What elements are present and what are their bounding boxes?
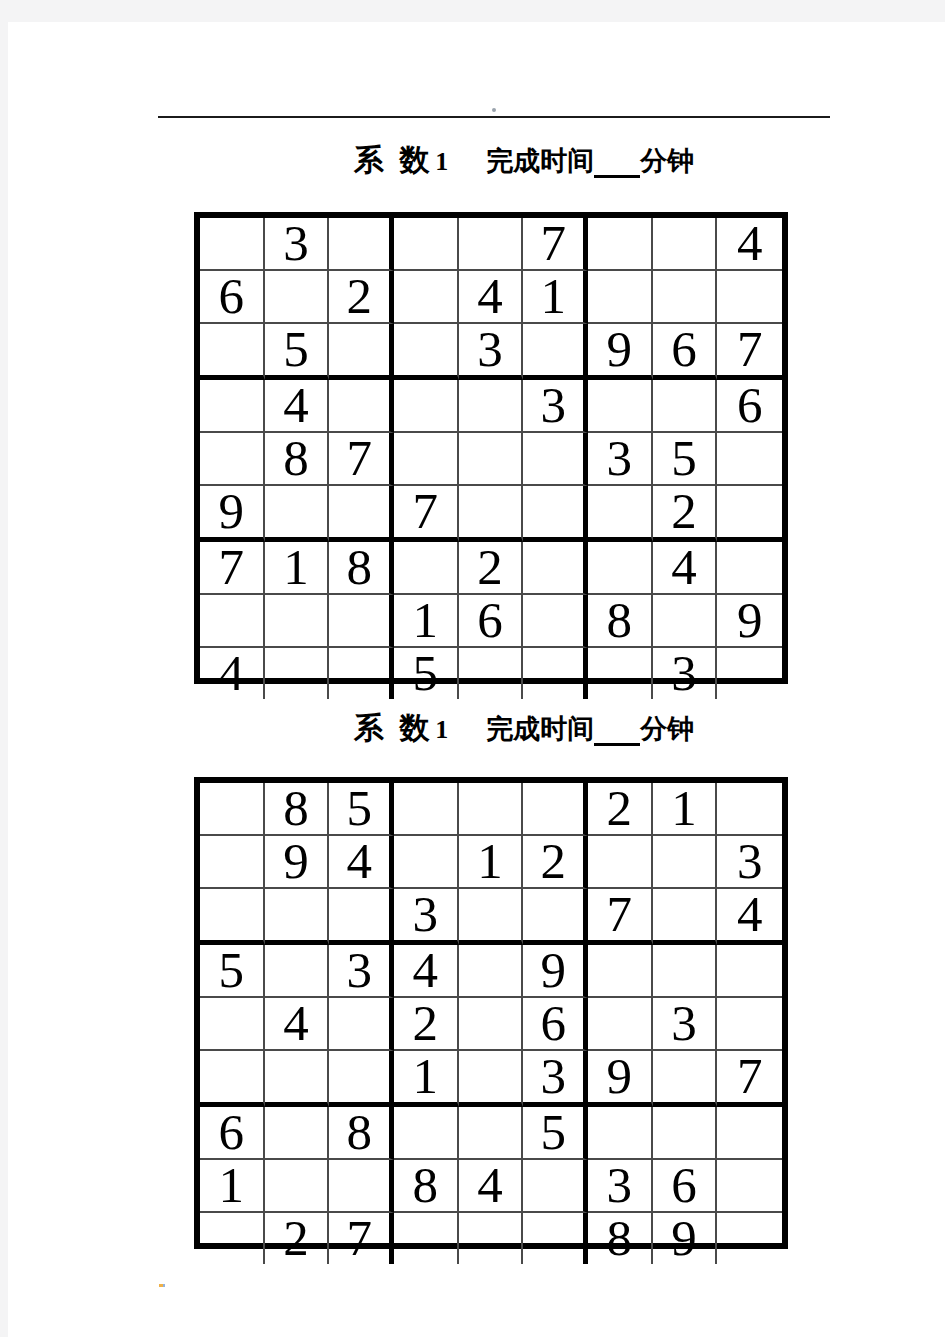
cell-r1c9: 4 (717, 218, 782, 271)
cell-r6c3 (329, 486, 394, 542)
time-label: 完成时间 (486, 711, 594, 747)
cell-r2c4 (394, 271, 459, 324)
cell-r4c2: 4 (265, 380, 330, 433)
cell-r8c7: 8 (588, 595, 653, 648)
cell-r3c9: 4 (717, 889, 782, 945)
cell-r6c4: 7 (394, 486, 459, 542)
cell-r9c8: 9 (653, 1213, 718, 1264)
cell-r5c8: 3 (653, 998, 718, 1051)
cell-r1c5 (459, 783, 524, 836)
cell-r5c9 (717, 433, 782, 486)
cell-r4c3 (329, 380, 394, 433)
cell-r9c6 (523, 1213, 588, 1264)
app-frame-top (0, 0, 945, 22)
cell-r6c6: 3 (523, 1051, 588, 1107)
cell-r1c5 (459, 218, 524, 271)
cell-r5c3: 7 (329, 433, 394, 486)
cell-r6c9: 7 (717, 1051, 782, 1107)
header-rule (158, 116, 830, 118)
time-blank-line (594, 740, 640, 746)
cell-r1c9 (717, 783, 782, 836)
cell-r1c7: 2 (588, 783, 653, 836)
app-frame-left (0, 0, 8, 1337)
cell-r2c2 (265, 271, 330, 324)
cell-r1c6: 7 (523, 218, 588, 271)
cell-r4c1: 5 (200, 945, 265, 998)
cell-r5c5 (459, 998, 524, 1051)
time-unit: 分钟 (640, 711, 694, 747)
cell-r9c8: 3 (653, 648, 718, 699)
time-label: 完成时间 (486, 143, 594, 179)
cell-r4c6: 3 (523, 380, 588, 433)
cell-r9c5 (459, 648, 524, 699)
time-unit: 分钟 (640, 143, 694, 179)
cell-r1c1 (200, 783, 265, 836)
cell-r1c2: 8 (265, 783, 330, 836)
cell-r7c1: 7 (200, 542, 265, 595)
cell-r7c1: 6 (200, 1107, 265, 1160)
series-label: 系 数 (354, 708, 434, 749)
cell-r8c4: 8 (394, 1160, 459, 1213)
cell-r4c9: 6 (717, 380, 782, 433)
cell-r6c8 (653, 1051, 718, 1107)
cell-r3c3 (329, 324, 394, 380)
cell-r6c1 (200, 1051, 265, 1107)
cell-r5c6: 6 (523, 998, 588, 1051)
cell-r4c5 (459, 945, 524, 998)
cell-r6c5 (459, 486, 524, 542)
cell-r4c9 (717, 945, 782, 998)
cell-r9c9 (717, 1213, 782, 1264)
cell-r9c7: 8 (588, 1213, 653, 1264)
cell-r1c7 (588, 218, 653, 271)
cell-r2c1 (200, 836, 265, 889)
sudoku-grid-1: 3746241539674368735972718241689453 (194, 212, 788, 684)
cell-r3c1 (200, 324, 265, 380)
cell-r9c1 (200, 1213, 265, 1264)
cell-r4c7 (588, 945, 653, 998)
cell-r7c6: 5 (523, 1107, 588, 1160)
cell-r3c1 (200, 889, 265, 945)
cell-r7c3: 8 (329, 1107, 394, 1160)
cell-r8c1: 1 (200, 1160, 265, 1213)
cell-r2c9: 3 (717, 836, 782, 889)
cell-r5c3 (329, 998, 394, 1051)
cell-r2c3: 2 (329, 271, 394, 324)
worksheet-page: 系 数 1 完成时间 分钟 37462415396743687359727182… (8, 22, 945, 1337)
cell-r5c5 (459, 433, 524, 486)
cell-r4c2 (265, 945, 330, 998)
cell-r9c6 (523, 648, 588, 699)
cell-r2c9 (717, 271, 782, 324)
cell-r2c5: 4 (459, 271, 524, 324)
cell-r8c5: 4 (459, 1160, 524, 1213)
cell-r4c7 (588, 380, 653, 433)
cell-r3c4: 3 (394, 889, 459, 945)
cell-r7c2 (265, 1107, 330, 1160)
cell-r9c2: 2 (265, 1213, 330, 1264)
cell-r2c7 (588, 836, 653, 889)
cell-r3c9: 7 (717, 324, 782, 380)
cell-r8c2 (265, 1160, 330, 1213)
cell-r4c8 (653, 945, 718, 998)
cell-r6c4: 1 (394, 1051, 459, 1107)
cell-r3c6 (523, 324, 588, 380)
cell-r6c1: 9 (200, 486, 265, 542)
cell-r9c3: 7 (329, 1213, 394, 1264)
series-label: 系 数 (354, 140, 434, 181)
cell-r6c5 (459, 1051, 524, 1107)
cell-r1c6 (523, 783, 588, 836)
cell-r1c3: 5 (329, 783, 394, 836)
puzzle-2-title: 系 数 1 完成时间 分钟 (194, 708, 854, 749)
cell-r3c3 (329, 889, 394, 945)
cell-r3c2: 5 (265, 324, 330, 380)
cell-r3c4 (394, 324, 459, 380)
cell-r5c7 (588, 998, 653, 1051)
cell-r3c6 (523, 889, 588, 945)
cell-r1c2: 3 (265, 218, 330, 271)
cell-r1c8 (653, 218, 718, 271)
cell-r2c6: 1 (523, 271, 588, 324)
cell-r9c7 (588, 648, 653, 699)
cell-r3c7: 9 (588, 324, 653, 380)
cell-r5c6 (523, 433, 588, 486)
cell-r7c5 (459, 1107, 524, 1160)
cell-r7c4 (394, 542, 459, 595)
cell-r5c2: 8 (265, 433, 330, 486)
cell-r9c5 (459, 1213, 524, 1264)
cell-r8c6 (523, 595, 588, 648)
cell-r2c6: 2 (523, 836, 588, 889)
cell-r8c2 (265, 595, 330, 648)
cell-r8c8 (653, 595, 718, 648)
cell-r7c7 (588, 1107, 653, 1160)
puzzle-1-title: 系 数 1 完成时间 分钟 (194, 140, 854, 181)
cell-r7c8: 4 (653, 542, 718, 595)
cell-r9c1: 4 (200, 648, 265, 699)
cell-r8c3 (329, 1160, 394, 1213)
cell-r7c9 (717, 1107, 782, 1160)
cell-r4c4: 4 (394, 945, 459, 998)
cell-r2c1: 6 (200, 271, 265, 324)
cell-r3c5 (459, 889, 524, 945)
cell-r1c8: 1 (653, 783, 718, 836)
cell-r8c1 (200, 595, 265, 648)
cell-r9c4: 5 (394, 648, 459, 699)
cell-r8c9 (717, 1160, 782, 1213)
cell-r4c5 (459, 380, 524, 433)
cell-r6c2 (265, 486, 330, 542)
cell-r8c4: 1 (394, 595, 459, 648)
cell-r7c4 (394, 1107, 459, 1160)
cell-r6c8: 2 (653, 486, 718, 542)
cell-r5c1 (200, 998, 265, 1051)
cell-r8c7: 3 (588, 1160, 653, 1213)
cell-r3c7: 7 (588, 889, 653, 945)
cell-r4c4 (394, 380, 459, 433)
cell-r5c4 (394, 433, 459, 486)
cell-r6c2 (265, 1051, 330, 1107)
cell-r6c6 (523, 486, 588, 542)
cell-r7c3: 8 (329, 542, 394, 595)
cell-r1c4 (394, 783, 459, 836)
cell-r9c2 (265, 648, 330, 699)
cell-r8c6 (523, 1160, 588, 1213)
sudoku-grid-2: 852194123374534942631397685184362789 (194, 777, 788, 1249)
cell-r2c2: 9 (265, 836, 330, 889)
cell-r8c8: 6 (653, 1160, 718, 1213)
cell-r3c2 (265, 889, 330, 945)
cell-r9c4 (394, 1213, 459, 1264)
cell-r3c5: 3 (459, 324, 524, 380)
cell-r5c8: 5 (653, 433, 718, 486)
cell-r7c5: 2 (459, 542, 524, 595)
cell-r7c6 (523, 542, 588, 595)
cell-r2c8 (653, 836, 718, 889)
cell-r7c9 (717, 542, 782, 595)
cell-r1c1 (200, 218, 265, 271)
cell-r4c6: 9 (523, 945, 588, 998)
cell-r6c9 (717, 486, 782, 542)
cell-r6c7 (588, 486, 653, 542)
cell-r2c4 (394, 836, 459, 889)
cell-r6c7: 9 (588, 1051, 653, 1107)
cell-r2c3: 4 (329, 836, 394, 889)
cell-r3c8 (653, 889, 718, 945)
cell-r5c2: 4 (265, 998, 330, 1051)
cell-r2c7 (588, 271, 653, 324)
cell-r3c8: 6 (653, 324, 718, 380)
cell-r5c1 (200, 433, 265, 486)
cell-r8c5: 6 (459, 595, 524, 648)
cell-r4c3: 3 (329, 945, 394, 998)
cell-r5c4: 2 (394, 998, 459, 1051)
time-blank-line (594, 172, 640, 178)
cell-r7c7 (588, 542, 653, 595)
cell-r7c8 (653, 1107, 718, 1160)
cell-r9c3 (329, 648, 394, 699)
cell-r4c8 (653, 380, 718, 433)
cell-r9c9 (717, 648, 782, 699)
cell-r2c5: 1 (459, 836, 524, 889)
cell-r1c4 (394, 218, 459, 271)
stray-dot (492, 108, 496, 112)
tiny-color-speck (159, 1284, 165, 1287)
cell-r5c7: 3 (588, 433, 653, 486)
series-number: 1 (435, 715, 448, 745)
series-number: 1 (435, 147, 448, 177)
cell-r7c2: 1 (265, 542, 330, 595)
cell-r8c3 (329, 595, 394, 648)
cell-r5c9 (717, 998, 782, 1051)
cell-r6c3 (329, 1051, 394, 1107)
cell-r1c3 (329, 218, 394, 271)
cell-r2c8 (653, 271, 718, 324)
cell-r4c1 (200, 380, 265, 433)
cell-r8c9: 9 (717, 595, 782, 648)
